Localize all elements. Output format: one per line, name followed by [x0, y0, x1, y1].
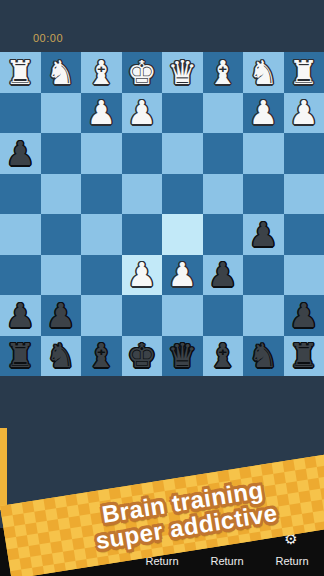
- black-pawn: ♟: [248, 218, 278, 251]
- square-e5[interactable]: [122, 214, 163, 255]
- square-c5[interactable]: [203, 214, 244, 255]
- square-f5[interactable]: [81, 214, 122, 255]
- square-g7[interactable]: ♟: [41, 295, 82, 336]
- square-e8[interactable]: ♚: [122, 336, 163, 377]
- square-c1[interactable]: ♝: [203, 52, 244, 93]
- square-d4[interactable]: [162, 174, 203, 215]
- square-e6[interactable]: ♟: [122, 255, 163, 296]
- square-a5[interactable]: [284, 214, 324, 255]
- square-f7[interactable]: [81, 295, 122, 336]
- square-b5[interactable]: ♟: [243, 214, 284, 255]
- square-d2[interactable]: [162, 93, 203, 134]
- square-h2[interactable]: [0, 93, 41, 134]
- black-queen: ♛: [167, 339, 197, 372]
- square-e2[interactable]: ♟: [122, 93, 163, 134]
- white-knight: ♞: [248, 56, 278, 89]
- square-c8[interactable]: ♝: [203, 336, 244, 377]
- square-g1[interactable]: ♞: [41, 52, 82, 93]
- white-pawn: ♟: [248, 96, 278, 129]
- square-a6[interactable]: [284, 255, 324, 296]
- square-b1[interactable]: ♞: [243, 52, 284, 93]
- white-queen: ♛: [167, 56, 197, 89]
- black-king: ♚: [127, 339, 157, 372]
- square-b6[interactable]: [243, 255, 284, 296]
- square-f8[interactable]: ♝: [81, 336, 122, 377]
- square-d3[interactable]: [162, 133, 203, 174]
- square-g2[interactable]: [41, 93, 82, 134]
- square-b3[interactable]: [243, 133, 284, 174]
- square-c2[interactable]: [203, 93, 244, 134]
- square-h6[interactable]: [0, 255, 41, 296]
- square-d1[interactable]: ♛: [162, 52, 203, 93]
- top-bar: 00:00: [0, 0, 324, 52]
- square-g4[interactable]: [41, 174, 82, 215]
- square-f3[interactable]: [81, 133, 122, 174]
- return-button-2[interactable]: Return: [192, 555, 262, 567]
- square-c3[interactable]: [203, 133, 244, 174]
- black-knight: ♞: [248, 339, 278, 372]
- square-h7[interactable]: ♟: [0, 295, 41, 336]
- square-b2[interactable]: ♟: [243, 93, 284, 134]
- square-d8[interactable]: ♛: [162, 336, 203, 377]
- black-pawn: ♟: [289, 299, 319, 332]
- square-a4[interactable]: [284, 174, 324, 215]
- square-e1[interactable]: ♚: [122, 52, 163, 93]
- white-rook: ♜: [289, 56, 319, 89]
- square-a7[interactable]: ♟: [284, 295, 324, 336]
- white-timer: 00:00: [33, 32, 63, 44]
- app-screen: 00:00 ♜♞♝♚♛♝♞♜♟♟♟♟♟♟♟♟♟♟♟♟♜♞♝♚♛♝♞♜ 00:00…: [0, 0, 324, 576]
- square-g5[interactable]: [41, 214, 82, 255]
- square-h5[interactable]: [0, 214, 41, 255]
- square-d7[interactable]: [162, 295, 203, 336]
- square-c7[interactable]: [203, 295, 244, 336]
- black-bishop: ♝: [208, 339, 238, 372]
- square-a1[interactable]: ♜: [284, 52, 324, 93]
- square-h1[interactable]: ♜: [0, 52, 41, 93]
- square-h4[interactable]: [0, 174, 41, 215]
- black-rook: ♜: [289, 339, 319, 372]
- square-f2[interactable]: ♟: [81, 93, 122, 134]
- chess-board: ♜♞♝♚♛♝♞♜♟♟♟♟♟♟♟♟♟♟♟♟♜♞♝♚♛♝♞♜: [0, 52, 324, 376]
- white-king: ♚: [127, 56, 157, 89]
- white-pawn: ♟: [167, 258, 197, 291]
- square-f1[interactable]: ♝: [81, 52, 122, 93]
- square-c6[interactable]: ♟: [203, 255, 244, 296]
- square-f6[interactable]: [81, 255, 122, 296]
- square-b4[interactable]: [243, 174, 284, 215]
- white-pawn: ♟: [127, 96, 157, 129]
- square-a3[interactable]: [284, 133, 324, 174]
- square-d6[interactable]: ♟: [162, 255, 203, 296]
- white-pawn: ♟: [86, 96, 116, 129]
- black-pawn: ♟: [5, 137, 35, 170]
- black-rook: ♜: [5, 339, 35, 372]
- square-h3[interactable]: ♟: [0, 133, 41, 174]
- black-pawn: ♟: [46, 299, 76, 332]
- black-knight: ♞: [46, 339, 76, 372]
- square-h8[interactable]: ♜: [0, 336, 41, 377]
- square-a8[interactable]: ♜: [284, 336, 324, 377]
- return-button-3[interactable]: Return: [257, 555, 324, 567]
- square-e3[interactable]: [122, 133, 163, 174]
- white-knight: ♞: [46, 56, 76, 89]
- black-pawn: ♟: [208, 258, 238, 291]
- white-pawn: ♟: [127, 258, 157, 291]
- black-bishop: ♝: [86, 339, 116, 372]
- square-d5[interactable]: [162, 214, 203, 255]
- square-a2[interactable]: ♟: [284, 93, 324, 134]
- square-b8[interactable]: ♞: [243, 336, 284, 377]
- square-c4[interactable]: [203, 174, 244, 215]
- black-pawn: ♟: [5, 299, 35, 332]
- banner-edge-strip: [0, 428, 7, 510]
- white-rook: ♜: [5, 56, 35, 89]
- square-g8[interactable]: ♞: [41, 336, 82, 377]
- square-e4[interactable]: [122, 174, 163, 215]
- white-bishop: ♝: [208, 56, 238, 89]
- square-f4[interactable]: [81, 174, 122, 215]
- white-pawn: ♟: [289, 96, 319, 129]
- square-b7[interactable]: [243, 295, 284, 336]
- white-bishop: ♝: [86, 56, 116, 89]
- square-g6[interactable]: [41, 255, 82, 296]
- square-e7[interactable]: [122, 295, 163, 336]
- square-g3[interactable]: [41, 133, 82, 174]
